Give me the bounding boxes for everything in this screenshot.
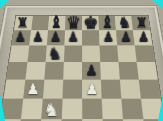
square-g2[interactable]: ♟ — [123, 119, 146, 121]
square-f6[interactable] — [100, 46, 119, 62]
black-king[interactable]: ♚ — [82, 13, 99, 31]
square-f2[interactable]: ♟ — [103, 119, 125, 121]
square-f5[interactable] — [100, 62, 120, 80]
square-e7[interactable] — [82, 30, 100, 45]
square-f3[interactable] — [102, 99, 123, 120]
white-knight[interactable]: ♞ — [41, 99, 61, 121]
square-a5[interactable] — [7, 62, 28, 80]
square-c2[interactable]: ♟ — [40, 119, 62, 121]
white-pawn[interactable]: ♟ — [104, 120, 125, 121]
white-pawn[interactable]: ♟ — [23, 79, 43, 100]
square-h7[interactable]: ♟ — [133, 30, 152, 45]
black-pawn[interactable]: ♟ — [135, 28, 153, 47]
square-e4[interactable]: ♟ — [82, 80, 102, 99]
black-pawn[interactable]: ♟ — [12, 28, 30, 47]
square-d4[interactable] — [62, 80, 82, 99]
square-g4[interactable] — [120, 80, 141, 99]
square-h6[interactable] — [135, 46, 155, 62]
square-b6[interactable] — [27, 46, 46, 62]
black-pawn[interactable]: ♟ — [64, 28, 82, 47]
black-pawn[interactable]: ♟ — [29, 28, 47, 47]
square-d3[interactable] — [62, 99, 82, 120]
square-a7[interactable]: ♟ — [12, 30, 31, 45]
square-g6[interactable] — [117, 46, 136, 62]
square-b4[interactable]: ♟ — [23, 80, 44, 99]
square-g3[interactable] — [121, 99, 143, 120]
white-pawn[interactable]: ♟ — [61, 120, 82, 121]
black-knight[interactable]: ♞ — [46, 44, 64, 63]
square-f4[interactable] — [101, 80, 121, 99]
black-pawn[interactable]: ♟ — [82, 61, 101, 81]
board-frame: ♜♝♛♚♝♞♜♟♟♟♟♟♟♟♞♟♟♟♞♟♟♟♟♟♟♜♝♛♚♝♞♜ — [0, 5, 163, 121]
square-e5[interactable]: ♟ — [82, 62, 101, 80]
square-f7[interactable]: ♟ — [99, 30, 117, 45]
square-c3[interactable]: ♞ — [41, 99, 62, 120]
square-b5[interactable] — [25, 62, 45, 80]
square-b2[interactable] — [18, 119, 41, 121]
board-perspective-wrapper: ♜♝♛♚♝♞♜♟♟♟♟♟♟♟♞♟♟♟♞♟♟♟♟♟♟♜♝♛♚♝♞♜ — [0, 0, 163, 121]
square-e2[interactable] — [82, 119, 103, 121]
square-d6[interactable] — [64, 46, 82, 62]
square-d5[interactable] — [63, 62, 82, 80]
white-pawn[interactable]: ♟ — [125, 120, 146, 121]
black-pawn[interactable]: ♟ — [100, 28, 118, 47]
square-d7[interactable]: ♟ — [64, 30, 82, 45]
square-d2[interactable]: ♟ — [61, 119, 82, 121]
square-e3[interactable] — [82, 99, 102, 120]
square-c6[interactable]: ♞ — [46, 46, 65, 62]
square-a6[interactable] — [9, 46, 29, 62]
square-g5[interactable] — [118, 62, 138, 80]
square-h5[interactable] — [137, 62, 158, 80]
white-pawn[interactable]: ♟ — [39, 120, 60, 121]
black-pawn[interactable]: ♟ — [117, 28, 135, 47]
square-c5[interactable] — [44, 62, 64, 80]
square-h4[interactable] — [139, 80, 161, 99]
square-e6[interactable] — [82, 46, 100, 62]
square-e8[interactable]: ♚ — [82, 16, 99, 30]
square-g7[interactable]: ♟ — [116, 30, 135, 45]
chess-board[interactable]: ♜♝♛♚♝♞♜♟♟♟♟♟♟♟♞♟♟♟♞♟♟♟♟♟♟♜♝♛♚♝♞♜ — [0, 16, 163, 121]
square-b3[interactable] — [21, 99, 43, 120]
square-c4[interactable] — [43, 80, 63, 99]
chess-game-window: ♜♝♛♚♝♞♜♟♟♟♟♟♟♟♞♟♟♟♞♟♟♟♟♟♟♜♝♛♚♝♞♜ — [0, 0, 163, 121]
white-pawn[interactable]: ♟ — [82, 79, 102, 100]
